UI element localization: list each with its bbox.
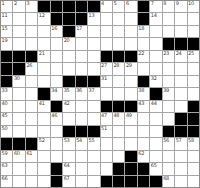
cell-r12c8[interactable]: 55 (88, 138, 99, 149)
clue-number-65: 65 (151, 163, 157, 168)
black-cell-r2c6 (63, 13, 74, 24)
cell-r12c16[interactable]: 58 (188, 138, 199, 149)
cell-r7c3[interactable] (26, 76, 37, 87)
cell-r5c6[interactable] (63, 51, 74, 62)
clue-number-52: 52 (39, 138, 45, 143)
cell-r5c7[interactable] (76, 51, 87, 62)
black-cell-r5c1 (1, 51, 12, 62)
cell-r7c11[interactable] (125, 76, 136, 87)
cell-r8c16[interactable] (188, 88, 199, 99)
clue-number-7: 7 (151, 1, 154, 6)
cell-r2c11[interactable] (125, 13, 136, 24)
black-cell-r7c8 (88, 76, 99, 87)
cell-r1c15[interactable]: 9 (175, 1, 186, 12)
cell-r8c3[interactable] (26, 88, 37, 99)
cell-r6c10[interactable]: 28 (113, 63, 124, 74)
cell-r1c10[interactable]: 5 (113, 1, 124, 12)
clue-number-48: 48 (113, 113, 119, 118)
clue-number-41: 41 (39, 101, 45, 106)
clue-number-13: 13 (89, 13, 95, 18)
cell-r15c15[interactable] (175, 176, 186, 187)
black-cell-r4c16 (188, 38, 199, 49)
black-cell-r15c11 (125, 176, 136, 187)
clue-number-45: 45 (2, 113, 8, 118)
cell-r10c6[interactable] (63, 113, 74, 124)
cell-r14c9[interactable] (101, 163, 112, 174)
cell-r13c7[interactable] (76, 151, 87, 162)
cell-r7c2[interactable]: 30 (13, 76, 24, 87)
black-cell-r12c3 (26, 138, 37, 149)
black-cell-r7c7 (76, 76, 87, 87)
cell-r8c14[interactable]: 39 (163, 88, 174, 99)
cell-r6c3[interactable]: 26 (26, 63, 37, 74)
cell-r3c16[interactable] (188, 26, 199, 37)
cell-r13c13[interactable] (150, 151, 161, 162)
cell-r9c14[interactable] (163, 101, 174, 112)
cell-r8c2[interactable] (13, 88, 24, 99)
cell-r2c8[interactable]: 13 (88, 13, 99, 24)
cell-r15c1[interactable]: 66 (1, 176, 12, 187)
cell-r3c4[interactable] (38, 26, 49, 37)
clue-number-57: 57 (176, 138, 182, 143)
cell-r7c16[interactable] (188, 76, 199, 87)
cell-r13c6[interactable] (63, 151, 74, 162)
cell-r7c15[interactable] (175, 76, 186, 87)
cell-r11c11[interactable] (125, 126, 136, 137)
cell-r4c4[interactable] (38, 38, 49, 49)
cell-r4c1[interactable]: 19 (1, 38, 12, 49)
black-cell-r1c8 (88, 1, 99, 12)
cell-r1c3[interactable]: 3 (26, 1, 37, 12)
cell-r13c12[interactable]: 62 (138, 151, 149, 162)
clue-number-63: 63 (2, 163, 8, 168)
cell-r4c9[interactable] (101, 38, 112, 49)
cell-r5c13[interactable] (150, 51, 161, 62)
cell-r1c11[interactable]: 6 (125, 1, 136, 12)
cell-r3c3[interactable] (26, 26, 37, 37)
cell-r3c1[interactable]: 15 (1, 26, 12, 37)
cell-r7c10[interactable] (113, 76, 124, 87)
cell-r13c16[interactable] (188, 151, 199, 162)
black-cell-r4c15 (175, 38, 186, 49)
cell-r15c8[interactable] (88, 176, 99, 187)
black-cell-r10c16 (188, 113, 199, 124)
cell-r9c1[interactable]: 40 (1, 101, 12, 112)
cell-r3c9[interactable] (101, 26, 112, 37)
cell-r12c9[interactable] (101, 138, 112, 149)
clue-number-16: 16 (51, 26, 57, 31)
cell-r10c10[interactable]: 48 (113, 113, 124, 124)
black-cell-r7c1 (1, 76, 12, 87)
cell-r13c10[interactable] (113, 151, 124, 162)
clue-number-11: 11 (2, 13, 8, 18)
cell-r3c11[interactable] (125, 26, 136, 37)
black-cell-r6c1 (1, 63, 12, 74)
clue-number-43: 43 (138, 101, 144, 106)
cell-r2c15[interactable] (175, 13, 186, 24)
cell-r5c8[interactable] (88, 51, 99, 62)
cell-r6c8[interactable] (88, 63, 99, 74)
black-cell-r13c11 (125, 151, 136, 162)
clue-number-59: 59 (2, 151, 8, 156)
cell-r8c5[interactable]: 34 (51, 88, 62, 99)
black-cell-r8c4 (38, 88, 49, 99)
cell-r15c4[interactable] (38, 176, 49, 187)
cell-r14c13[interactable]: 65 (150, 163, 161, 174)
clue-number-22: 22 (138, 51, 144, 56)
cell-r7c4[interactable] (38, 76, 49, 87)
cell-r8c7[interactable]: 36 (76, 88, 87, 99)
cell-r12c15[interactable]: 57 (175, 138, 186, 149)
cell-r5c15[interactable]: 24 (175, 51, 186, 62)
black-cell-r9c11 (125, 101, 136, 112)
cell-r7c13[interactable]: 32 (150, 76, 161, 87)
cell-r9c4[interactable]: 41 (38, 101, 49, 112)
cell-r10c5[interactable]: 46 (51, 113, 62, 124)
cell-r5c5[interactable] (51, 51, 62, 62)
clue-number-31: 31 (101, 76, 107, 81)
black-cell-r15c5 (51, 176, 62, 187)
black-cell-r1c12 (138, 1, 149, 12)
black-cell-r11c15 (175, 126, 186, 137)
black-cell-r14c11 (125, 163, 136, 174)
cell-r14c2[interactable] (13, 163, 24, 174)
black-cell-r1c6 (63, 1, 74, 12)
cell-r3c10[interactable] (113, 26, 124, 37)
cell-r1c14[interactable]: 8 (163, 1, 174, 12)
cell-r15c16[interactable] (188, 176, 199, 187)
cell-r4c11[interactable] (125, 38, 136, 49)
cell-r8c1[interactable]: 33 (1, 88, 12, 99)
cell-r10c13[interactable] (150, 113, 161, 124)
black-cell-r11c8 (88, 126, 99, 137)
cell-r3c15[interactable] (175, 26, 186, 37)
cell-r2c13[interactable]: 14 (150, 13, 161, 24)
cell-r2c10[interactable] (113, 13, 124, 24)
cell-r11c1[interactable]: 50 (1, 126, 12, 137)
black-cell-r5c10 (113, 51, 124, 62)
cell-r13c5[interactable] (51, 151, 62, 162)
clue-number-67: 67 (64, 176, 70, 181)
cell-r14c16[interactable] (188, 163, 199, 174)
clue-number-29: 29 (126, 63, 132, 68)
cell-r15c7[interactable] (76, 176, 87, 187)
clue-number-53: 53 (64, 138, 70, 143)
cell-r4c10[interactable] (113, 38, 124, 49)
cell-r13c14[interactable] (163, 151, 174, 162)
clue-number-60: 60 (14, 151, 20, 156)
clue-number-66: 66 (2, 176, 8, 181)
cell-r2c2[interactable] (13, 13, 24, 24)
cell-r15c2[interactable] (13, 176, 24, 187)
clue-number-14: 14 (151, 13, 157, 18)
cell-r9c2[interactable] (13, 101, 24, 112)
cell-r3c14[interactable] (163, 26, 174, 37)
black-cell-r3c6 (63, 26, 74, 37)
cell-r5c12[interactable]: 22 (138, 51, 149, 62)
cell-r10c4[interactable] (38, 113, 49, 124)
clue-number-50: 50 (2, 126, 8, 131)
clue-number-9: 9 (176, 1, 179, 6)
cell-r9c7[interactable] (76, 101, 87, 112)
black-cell-r11c6 (63, 126, 74, 137)
clue-number-62: 62 (138, 151, 144, 156)
clue-number-5: 5 (113, 1, 116, 6)
black-cell-r2c12 (138, 13, 149, 24)
cell-r14c6[interactable]: 64 (63, 163, 74, 174)
cell-r6c7[interactable] (76, 63, 87, 74)
cell-r2c4[interactable]: 12 (38, 13, 49, 24)
black-cell-r9c16 (188, 101, 199, 112)
cell-r14c8[interactable] (88, 163, 99, 174)
clue-number-3: 3 (26, 1, 29, 6)
clue-number-40: 40 (2, 101, 8, 106)
cell-r2c1[interactable]: 11 (1, 13, 12, 24)
cell-r7c9[interactable]: 31 (101, 76, 112, 87)
cell-r8c9[interactable] (101, 88, 112, 99)
cell-r13c2[interactable]: 60 (13, 151, 24, 162)
cell-r13c1[interactable]: 59 (1, 151, 12, 162)
clue-number-12: 12 (39, 13, 45, 18)
black-cell-r15c10 (113, 176, 124, 187)
cell-r14c7[interactable] (76, 163, 87, 174)
cell-r11c13[interactable] (150, 126, 161, 137)
cell-r11c9[interactable]: 51 (101, 126, 112, 137)
clue-number-25: 25 (188, 51, 194, 56)
black-cell-r5c9 (101, 51, 112, 62)
clue-number-8: 8 (163, 1, 166, 6)
clue-number-49: 49 (126, 113, 132, 118)
cell-r10c1[interactable]: 45 (1, 113, 12, 124)
clue-number-38: 38 (138, 88, 144, 93)
cell-r12c14[interactable]: 56 (163, 138, 174, 149)
black-cell-r12c2 (13, 138, 24, 149)
black-cell-r5c2 (13, 51, 24, 62)
clue-number-54: 54 (76, 138, 82, 143)
black-cell-r14c5 (51, 163, 62, 174)
black-cell-r15c12 (138, 176, 149, 187)
cell-r6c14[interactable] (163, 63, 174, 74)
clue-number-58: 58 (188, 138, 194, 143)
cell-r12c7[interactable]: 54 (76, 138, 87, 149)
clue-number-42: 42 (64, 101, 70, 106)
black-cell-r14c10 (113, 163, 124, 174)
black-cell-r1c5 (51, 1, 62, 12)
clue-number-4: 4 (101, 1, 104, 6)
clue-number-61: 61 (26, 151, 32, 156)
cell-r14c4[interactable] (38, 163, 49, 174)
clue-number-56: 56 (163, 138, 169, 143)
cell-r9c6[interactable]: 42 (63, 101, 74, 112)
cell-r8c15[interactable] (175, 88, 186, 99)
cell-r2c16[interactable] (188, 13, 199, 24)
black-cell-r9c5 (51, 101, 62, 112)
clue-number-68: 68 (163, 176, 169, 181)
clue-number-17: 17 (76, 26, 82, 31)
clue-number-36: 36 (76, 88, 82, 93)
black-cell-r1c4 (38, 1, 49, 12)
black-cell-r10c15 (175, 113, 186, 124)
cell-r4c7[interactable] (76, 38, 87, 49)
cell-r5c16[interactable]: 25 (188, 51, 199, 62)
black-cell-r4c14 (163, 38, 174, 49)
cell-r8c11[interactable] (125, 88, 136, 99)
cell-r5c4[interactable]: 21 (38, 51, 49, 62)
clue-number-15: 15 (2, 26, 8, 31)
cell-r11c12[interactable] (138, 126, 149, 137)
cell-r4c6[interactable]: 20 (63, 38, 74, 49)
clue-number-64: 64 (64, 163, 70, 168)
cell-r1c16[interactable]: 10 (188, 1, 199, 12)
black-cell-r14c12 (138, 163, 149, 174)
cell-r10c12[interactable] (138, 113, 149, 124)
clue-number-10: 10 (188, 1, 194, 6)
black-cell-r11c16 (188, 126, 199, 137)
cell-r10c7[interactable] (76, 113, 87, 124)
cell-r3c12[interactable]: 18 (138, 26, 149, 37)
cell-r6c16[interactable] (188, 63, 199, 74)
cell-r6c15[interactable] (175, 63, 186, 74)
cell-r10c2[interactable] (13, 113, 24, 124)
cell-r15c3[interactable] (26, 176, 37, 187)
cell-r12c6[interactable]: 53 (63, 138, 74, 149)
cell-r6c6[interactable] (63, 63, 74, 74)
black-cell-r11c14 (163, 126, 174, 137)
cell-r9c15[interactable] (175, 101, 186, 112)
cell-r3c7[interactable]: 17 (76, 26, 87, 37)
cell-r13c9[interactable] (101, 151, 112, 162)
cell-r15c14[interactable]: 68 (163, 176, 174, 187)
cell-r7c5[interactable] (51, 76, 62, 87)
cell-r6c13[interactable] (150, 63, 161, 74)
cell-r4c5[interactable] (51, 38, 62, 49)
cell-r10c8[interactable] (88, 113, 99, 124)
cell-r1c2[interactable]: 2 (13, 1, 24, 12)
cell-r11c2[interactable] (13, 126, 24, 137)
clue-number-37: 37 (89, 88, 95, 93)
black-cell-r9c10 (113, 101, 124, 112)
cell-r11c5[interactable] (51, 126, 62, 137)
clue-number-44: 44 (151, 101, 157, 106)
cell-r5c14[interactable]: 23 (163, 51, 174, 62)
cell-r12c10[interactable] (113, 138, 124, 149)
cell-r2c9[interactable] (101, 13, 112, 24)
cell-r10c11[interactable]: 49 (125, 113, 136, 124)
cell-r8c12[interactable]: 38 (138, 88, 149, 99)
clue-number-32: 32 (151, 76, 157, 81)
cell-r8c8[interactable]: 37 (88, 88, 99, 99)
black-cell-r5c3 (26, 51, 37, 62)
clue-number-6: 6 (126, 1, 129, 6)
cell-r12c11[interactable] (125, 138, 136, 149)
black-cell-r6c2 (13, 63, 24, 74)
clue-number-2: 2 (14, 1, 17, 6)
clue-number-33: 33 (2, 88, 8, 93)
cell-r12c4[interactable]: 52 (38, 138, 49, 149)
cell-r11c10[interactable] (113, 126, 124, 137)
cell-r14c15[interactable] (175, 163, 186, 174)
black-cell-r9c9 (101, 101, 112, 112)
cell-r6c12[interactable] (138, 63, 149, 74)
cell-r8c10[interactable] (113, 88, 124, 99)
black-cell-r15c13 (150, 176, 161, 187)
cell-r3c2[interactable] (13, 26, 24, 37)
clue-number-34: 34 (51, 88, 57, 93)
black-cell-r1c7 (76, 1, 87, 12)
cell-r2c14[interactable] (163, 13, 174, 24)
cell-r3c13[interactable] (150, 26, 161, 37)
clue-number-18: 18 (138, 26, 144, 31)
cell-r7c14[interactable] (163, 76, 174, 87)
cell-r12c12[interactable] (138, 138, 149, 149)
cell-r1c9[interactable]: 4 (101, 1, 112, 12)
cell-r3c5[interactable]: 16 (51, 26, 62, 37)
black-cell-r11c7 (76, 126, 87, 137)
cell-r10c3[interactable] (26, 113, 37, 124)
clue-number-35: 35 (64, 88, 70, 93)
cell-r13c8[interactable] (88, 151, 99, 162)
clue-number-23: 23 (163, 51, 169, 56)
cell-r8c6[interactable]: 35 (63, 88, 74, 99)
cell-r9c3[interactable] (26, 101, 37, 112)
clue-number-24: 24 (176, 51, 182, 56)
cell-r15c6[interactable]: 67 (63, 176, 74, 187)
cell-r3c8[interactable] (88, 26, 99, 37)
cell-r6c4[interactable] (38, 63, 49, 74)
cell-r11c3[interactable] (26, 126, 37, 137)
cell-r2c3[interactable] (26, 13, 37, 24)
cell-r13c15[interactable] (175, 151, 186, 162)
cell-r14c1[interactable]: 63 (1, 163, 12, 174)
cell-r14c3[interactable] (26, 163, 37, 174)
cell-r4c3[interactable] (26, 38, 37, 49)
clue-number-26: 26 (26, 63, 32, 68)
cell-r4c13[interactable] (150, 38, 161, 49)
cell-r11c4[interactable] (38, 126, 49, 137)
cell-r10c14[interactable] (163, 113, 174, 124)
cell-r9c8[interactable] (88, 101, 99, 112)
cell-r13c3[interactable]: 61 (26, 151, 37, 162)
cell-r14c14[interactable] (163, 163, 174, 174)
black-cell-r2c5 (51, 13, 62, 24)
clue-number-1: 1 (2, 1, 5, 6)
cell-r4c2[interactable] (13, 38, 24, 49)
cell-r6c9[interactable]: 27 (101, 63, 112, 74)
clue-number-55: 55 (89, 138, 95, 143)
cell-r12c13[interactable] (150, 138, 161, 149)
cell-r10c9[interactable]: 47 (101, 113, 112, 124)
cell-r9c12[interactable]: 43 (138, 101, 149, 112)
black-cell-r7c6 (63, 76, 74, 87)
cell-r4c8[interactable] (88, 38, 99, 49)
cell-r1c13[interactable]: 7 (150, 1, 161, 12)
clue-number-21: 21 (39, 51, 45, 56)
cell-r13c4[interactable] (38, 151, 49, 162)
cell-r12c5[interactable] (51, 138, 62, 149)
cell-r9c13[interactable]: 44 (150, 101, 161, 112)
cell-r4c12[interactable] (138, 38, 149, 49)
cell-r6c5[interactable] (51, 63, 62, 74)
clue-number-47: 47 (101, 113, 107, 118)
cell-r1c1[interactable]: 1 (1, 1, 12, 12)
black-cell-r7c12 (138, 76, 149, 87)
clue-number-28: 28 (113, 63, 119, 68)
black-cell-r12c1 (1, 138, 12, 149)
cell-r6c11[interactable]: 29 (125, 63, 136, 74)
clue-number-30: 30 (14, 76, 20, 81)
clue-number-27: 27 (101, 63, 107, 68)
clue-number-20: 20 (64, 38, 70, 43)
